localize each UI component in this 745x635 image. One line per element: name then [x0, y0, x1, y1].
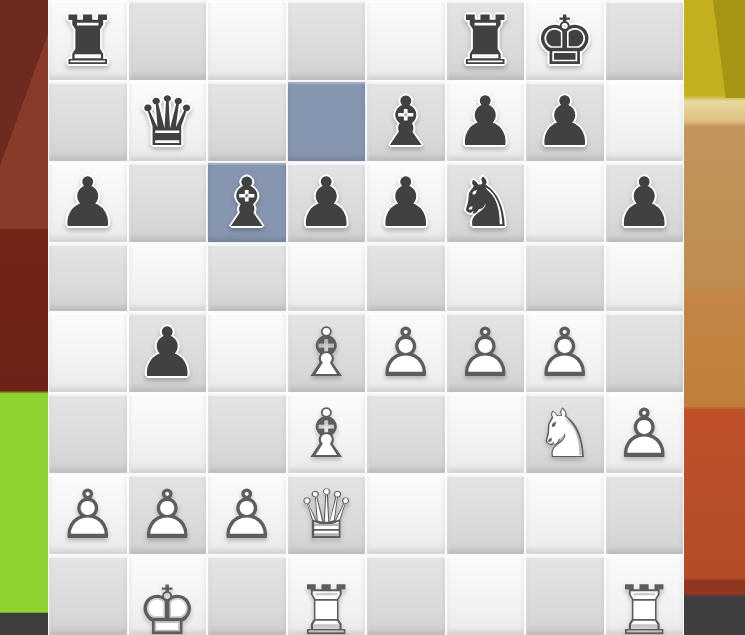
black-rook[interactable]: ♜	[447, 1, 525, 80]
square-d1[interactable]: ♜♖	[287, 555, 367, 635]
square-d8[interactable]	[287, 0, 367, 81]
black-king[interactable]: ♚	[526, 1, 604, 80]
square-h4[interactable]	[605, 312, 685, 393]
square-d6[interactable]: ♟	[287, 162, 367, 243]
square-a6[interactable]: ♟	[48, 162, 128, 243]
square-d7[interactable]	[287, 81, 367, 162]
square-f3[interactable]	[446, 393, 526, 474]
square-e2[interactable]	[366, 474, 446, 555]
square-g5[interactable]	[525, 243, 605, 312]
black-pawn[interactable]: ♟	[447, 82, 525, 161]
square-f4[interactable]: ♟♙	[446, 312, 526, 393]
black-pawn[interactable]: ♟	[606, 163, 684, 242]
square-h8[interactable]	[605, 0, 685, 81]
square-d5[interactable]	[287, 243, 367, 312]
white-pawn[interactable]: ♟♙	[49, 475, 127, 554]
white-queen[interactable]: ♛♕	[288, 475, 366, 554]
square-g8[interactable]: ♚	[525, 0, 605, 81]
square-b5[interactable]	[128, 243, 208, 312]
black-bishop[interactable]: ♝	[208, 163, 286, 242]
square-h6[interactable]: ♟	[605, 162, 685, 243]
white-king[interactable]: ♚♔	[129, 571, 207, 635]
square-g2[interactable]	[525, 474, 605, 555]
square-b6[interactable]	[128, 162, 208, 243]
wallpaper-left-strip	[0, 0, 48, 635]
black-pawn[interactable]: ♟	[49, 163, 127, 242]
square-e3[interactable]	[366, 393, 446, 474]
square-d4[interactable]: ♝♗	[287, 312, 367, 393]
square-e8[interactable]	[366, 0, 446, 81]
black-pawn[interactable]: ♟	[129, 313, 207, 392]
square-e5[interactable]	[366, 243, 446, 312]
square-g7[interactable]: ♟	[525, 81, 605, 162]
wallpaper-right-strip	[684, 0, 745, 635]
square-a3[interactable]	[48, 393, 128, 474]
black-pawn[interactable]: ♟	[367, 163, 445, 242]
square-g3[interactable]: ♞♘	[525, 393, 605, 474]
chess-board: ♜♜♚♛♝♟♟♟♝♟♟♞♟♟♝♗♟♙♟♙♟♙♝♗♞♘♟♙♟♙♟♙♟♙♛♕♚♔♜♖…	[48, 0, 684, 635]
square-c8[interactable]	[207, 0, 287, 81]
square-c6[interactable]: ♝	[207, 162, 287, 243]
square-h5[interactable]	[605, 243, 685, 312]
square-g4[interactable]: ♟♙	[525, 312, 605, 393]
black-knight[interactable]: ♞	[447, 163, 525, 242]
square-e7[interactable]: ♝	[366, 81, 446, 162]
square-f1[interactable]	[446, 555, 526, 635]
square-a8[interactable]: ♜	[48, 0, 128, 81]
square-h2[interactable]	[605, 474, 685, 555]
square-h3[interactable]: ♟♙	[605, 393, 685, 474]
square-f2[interactable]	[446, 474, 526, 555]
white-pawn[interactable]: ♟♙	[606, 394, 684, 473]
square-f7[interactable]: ♟	[446, 81, 526, 162]
square-b4[interactable]: ♟	[128, 312, 208, 393]
square-c3[interactable]	[207, 393, 287, 474]
square-h1[interactable]: ♜♖	[605, 555, 685, 635]
square-a7[interactable]	[48, 81, 128, 162]
black-bishop[interactable]: ♝	[367, 82, 445, 161]
square-b8[interactable]	[128, 0, 208, 81]
black-rook[interactable]: ♜	[49, 1, 127, 80]
square-b3[interactable]	[128, 393, 208, 474]
square-f6[interactable]: ♞	[446, 162, 526, 243]
square-g1[interactable]	[525, 555, 605, 635]
square-e6[interactable]: ♟	[366, 162, 446, 243]
square-h7[interactable]	[605, 81, 685, 162]
square-b7[interactable]: ♛	[128, 81, 208, 162]
white-pawn[interactable]: ♟♙	[447, 313, 525, 392]
square-e4[interactable]: ♟♙	[366, 312, 446, 393]
square-c1[interactable]	[207, 555, 287, 635]
white-rook[interactable]: ♜♖	[288, 571, 366, 635]
square-b2[interactable]: ♟♙	[128, 474, 208, 555]
white-pawn[interactable]: ♟♙	[208, 475, 286, 554]
white-knight[interactable]: ♞♘	[526, 394, 604, 473]
square-d3[interactable]: ♝♗	[287, 393, 367, 474]
square-d2[interactable]: ♛♕	[287, 474, 367, 555]
square-c4[interactable]	[207, 312, 287, 393]
square-a4[interactable]	[48, 312, 128, 393]
square-b1[interactable]: ♚♔	[128, 555, 208, 635]
square-a5[interactable]	[48, 243, 128, 312]
square-f5[interactable]	[446, 243, 526, 312]
square-c5[interactable]	[207, 243, 287, 312]
white-bishop[interactable]: ♝♗	[288, 313, 366, 392]
white-rook[interactable]: ♜♖	[606, 571, 684, 635]
square-a2[interactable]: ♟♙	[48, 474, 128, 555]
black-pawn[interactable]: ♟	[288, 163, 366, 242]
black-queen[interactable]: ♛	[129, 82, 207, 161]
white-pawn[interactable]: ♟♙	[367, 313, 445, 392]
black-pawn[interactable]: ♟	[526, 82, 604, 161]
square-e1[interactable]	[366, 555, 446, 635]
white-pawn[interactable]: ♟♙	[526, 313, 604, 392]
square-c2[interactable]: ♟♙	[207, 474, 287, 555]
white-bishop[interactable]: ♝♗	[288, 394, 366, 473]
chess-app-screen: ♜♜♚♛♝♟♟♟♝♟♟♞♟♟♝♗♟♙♟♙♟♙♝♗♞♘♟♙♟♙♟♙♟♙♛♕♚♔♜♖…	[0, 0, 745, 635]
square-a1[interactable]	[48, 555, 128, 635]
square-g6[interactable]	[525, 162, 605, 243]
square-f8[interactable]: ♜	[446, 0, 526, 81]
white-pawn[interactable]: ♟♙	[129, 475, 207, 554]
square-c7[interactable]	[207, 81, 287, 162]
